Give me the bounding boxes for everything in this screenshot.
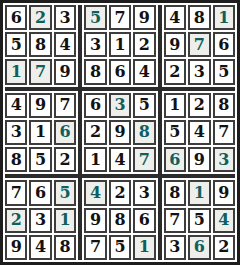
cell-r6c4[interactable]: 1 [84,147,106,172]
cell-r8c6[interactable]: 6 [133,208,155,233]
box-divider-vertical [78,5,82,260]
cell-r5c6[interactable]: 8 [133,120,155,145]
cell-r5c5[interactable]: 9 [109,120,131,145]
cell-r1c5[interactable]: 7 [109,5,131,30]
cell-r3c6[interactable]: 4 [133,59,155,84]
cell-r4c1[interactable]: 4 [5,93,27,118]
cell-r2c4[interactable]: 3 [84,32,106,57]
cell-r8c9[interactable]: 4 [213,208,235,233]
cell-r3c8[interactable]: 3 [188,59,210,84]
cell-r3c9[interactable]: 5 [213,59,235,84]
cell-r7c4[interactable]: 4 [84,180,106,205]
cell-r6c1[interactable]: 8 [5,147,27,172]
cell-r7c6[interactable]: 3 [133,180,155,205]
cell-r2c6[interactable]: 2 [133,32,155,57]
cell-r6c8[interactable]: 9 [188,147,210,172]
box-divider-horizontal [5,87,235,91]
cell-r5c3[interactable]: 6 [54,120,76,145]
cell-r3c5[interactable]: 6 [109,59,131,84]
cell-r6c9[interactable]: 3 [213,147,235,172]
cell-r4c5[interactable]: 3 [109,93,131,118]
box-divider-horizontal [5,174,235,178]
cell-r5c1[interactable]: 3 [5,120,27,145]
sudoku-board: 6235794815843129761798642354976351283162… [0,0,240,265]
cell-r2c3[interactable]: 4 [54,32,76,57]
cell-r8c5[interactable]: 8 [109,208,131,233]
cell-r1c3[interactable]: 3 [54,5,76,30]
cell-r9c8[interactable]: 6 [188,235,210,260]
box-divider-vertical [158,5,162,260]
cell-r6c7[interactable]: 6 [164,147,186,172]
cell-r5c2[interactable]: 1 [29,120,51,145]
cell-r2c7[interactable]: 9 [164,32,186,57]
cell-r9c9[interactable]: 2 [213,235,235,260]
cell-r8c8[interactable]: 5 [188,208,210,233]
cell-r6c3[interactable]: 2 [54,147,76,172]
cell-r6c2[interactable]: 5 [29,147,51,172]
cell-r4c3[interactable]: 7 [54,93,76,118]
cell-r2c9[interactable]: 6 [213,32,235,57]
cell-r7c2[interactable]: 6 [29,180,51,205]
cell-r1c7[interactable]: 4 [164,5,186,30]
cell-r1c9[interactable]: 1 [213,5,235,30]
cell-r8c7[interactable]: 7 [164,208,186,233]
cell-r8c2[interactable]: 3 [29,208,51,233]
cell-r3c1[interactable]: 1 [5,59,27,84]
cell-r7c8[interactable]: 1 [188,180,210,205]
cell-r4c7[interactable]: 1 [164,93,186,118]
sudoku-grid: 6235794815843129761798642354976351283162… [5,5,235,260]
cell-r1c4[interactable]: 5 [84,5,106,30]
cell-r3c3[interactable]: 9 [54,59,76,84]
cell-r8c4[interactable]: 9 [84,208,106,233]
cell-r5c9[interactable]: 7 [213,120,235,145]
cell-r3c4[interactable]: 8 [84,59,106,84]
cell-r8c1[interactable]: 2 [5,208,27,233]
cell-r3c2[interactable]: 7 [29,59,51,84]
cell-r1c1[interactable]: 6 [5,5,27,30]
cell-r8c3[interactable]: 1 [54,208,76,233]
cell-r4c8[interactable]: 2 [188,93,210,118]
cell-r1c2[interactable]: 2 [29,5,51,30]
cell-r1c6[interactable]: 9 [133,5,155,30]
cell-r9c1[interactable]: 9 [5,235,27,260]
cell-r4c2[interactable]: 9 [29,93,51,118]
cell-r5c4[interactable]: 2 [84,120,106,145]
cell-r2c5[interactable]: 1 [109,32,131,57]
cell-r5c7[interactable]: 5 [164,120,186,145]
cell-r7c7[interactable]: 8 [164,180,186,205]
cell-r6c5[interactable]: 4 [109,147,131,172]
cell-r9c2[interactable]: 4 [29,235,51,260]
cell-r2c2[interactable]: 8 [29,32,51,57]
cell-r9c7[interactable]: 3 [164,235,186,260]
cell-r1c8[interactable]: 8 [188,5,210,30]
cell-r7c9[interactable]: 9 [213,180,235,205]
cell-r2c1[interactable]: 5 [5,32,27,57]
cell-r7c1[interactable]: 7 [5,180,27,205]
cell-r4c4[interactable]: 6 [84,93,106,118]
cell-r4c6[interactable]: 5 [133,93,155,118]
cell-r7c3[interactable]: 5 [54,180,76,205]
cell-r9c3[interactable]: 8 [54,235,76,260]
cell-r2c8[interactable]: 7 [188,32,210,57]
cell-r7c5[interactable]: 2 [109,180,131,205]
cell-r9c6[interactable]: 1 [133,235,155,260]
cell-r6c6[interactable]: 7 [133,147,155,172]
cell-r4c9[interactable]: 8 [213,93,235,118]
cell-r9c4[interactable]: 7 [84,235,106,260]
cell-r3c7[interactable]: 2 [164,59,186,84]
cell-r9c5[interactable]: 5 [109,235,131,260]
cell-r5c8[interactable]: 4 [188,120,210,145]
